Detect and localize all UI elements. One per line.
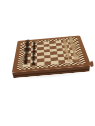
square-e4[interactable] — [49, 49, 56, 52]
piece-white-pawn[interactable]: ♟ — [64, 57, 72, 64]
square-a5[interactable] — [43, 61, 50, 65]
piece-black-pawn[interactable]: ♟ — [29, 60, 37, 67]
board-grid: ♜♟♟♜♞♟♟♞♝♟♟♝♚♟♟♚♛♟♟♛♝♟♟♝♞♟♟♞♜♟♟♜ — [22, 40, 79, 67]
square-a8[interactable]: ♜ — [22, 63, 29, 67]
decorative-mosaic-border: ♜♟♟♜♞♟♟♞♝♟♟♝♚♟♟♚♛♟♟♛♝♟♟♝♞♟♟♞♜♟♟♜ — [16, 37, 85, 70]
square-a2[interactable]: ♟ — [64, 59, 72, 63]
chess-set-photo: ♜♟♟♜♞♟♟♞♝♟♟♝♚♟♟♚♛♟♟♛♝♟♟♝♞♟♟♞♜♟♟♜ — [0, 0, 95, 126]
square-a7[interactable]: ♟ — [29, 62, 36, 66]
square-a4[interactable] — [50, 61, 57, 65]
square-a3[interactable] — [57, 60, 65, 64]
board-scene: ♜♟♟♜♞♟♟♞♝♟♟♝♚♟♟♚♛♟♟♛♝♟♟♝♞♟♟♞♜♟♟♜ — [0, 18, 95, 86]
piece-black-rook[interactable]: ♜ — [21, 59, 29, 67]
